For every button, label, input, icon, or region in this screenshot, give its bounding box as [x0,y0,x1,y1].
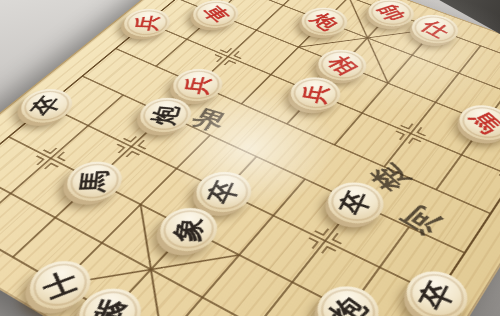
piece-character: 卒 [336,188,376,218]
piece-character: 炮 [149,104,183,126]
piece-character: 馬 [465,109,500,136]
piece-character: 馬 [78,170,111,193]
piece-character: 炮 [306,10,342,32]
piece-character: 車 [198,3,233,24]
piece-character: 帥 [374,2,409,22]
piece-character: 士 [39,267,82,303]
piece-character: 卒 [27,93,66,118]
photo-scene: 漢界楚河 帥仕炮車相馬兵兵兵炮卒卒卒卒馬象炮士將 [0,0,500,316]
piece-character: 象 [171,217,206,242]
piece-character: 將 [88,297,132,316]
xiangqi-board: 漢界楚河 帥仕炮車相馬兵兵兵炮卒卒卒卒馬象炮士將 [0,0,500,316]
piece-character: 相 [323,53,361,77]
piece-character: 炮 [324,291,372,316]
piece-character: 兵 [133,14,162,30]
piece-character: 仕 [417,18,453,40]
piece-character: 卒 [204,178,243,206]
piece-character: 兵 [182,75,214,95]
piece-character: 卒 [415,277,459,314]
piece-character: 兵 [299,83,331,105]
